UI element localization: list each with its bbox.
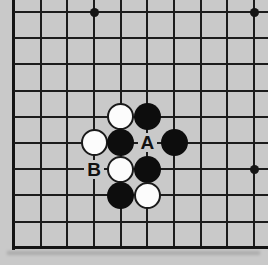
board-intersection: [27, 104, 54, 130]
board-intersection: [161, 182, 188, 208]
board-intersection: [54, 208, 81, 234]
board-intersection: [134, 0, 161, 25]
board-intersection: [54, 182, 81, 208]
board-intersection: [214, 51, 241, 77]
board-intersection: [241, 77, 268, 103]
board-intersection: [241, 51, 268, 77]
white-stone: [134, 182, 161, 209]
board-intersection: [241, 156, 268, 182]
board-intersection: [187, 25, 214, 51]
board-intersection: [161, 208, 188, 234]
board-intersection: [107, 130, 134, 156]
point-label-a: A: [138, 133, 158, 152]
black-stone: [107, 129, 134, 156]
board-intersection: [134, 156, 161, 182]
board-intersection: [27, 77, 54, 103]
board-intersection: [241, 130, 268, 156]
board-intersection: [1, 77, 28, 103]
board-intersection: [1, 51, 28, 77]
board-intersection: [27, 235, 54, 261]
board-intersection: [214, 77, 241, 103]
board-intersection: [187, 104, 214, 130]
board-intersection: [214, 208, 241, 234]
board-intersection: [161, 156, 188, 182]
white-stone: [107, 103, 134, 130]
board-intersection: [241, 182, 268, 208]
board-intersection: [27, 182, 54, 208]
board-intersection: [161, 77, 188, 103]
board-intersection: [81, 104, 108, 130]
board-intersection: [214, 25, 241, 51]
board-intersection: [241, 208, 268, 234]
board-intersection: [134, 104, 161, 130]
board-intersection: B: [81, 156, 108, 182]
board-intersection: [81, 0, 108, 25]
board-intersection: [161, 51, 188, 77]
board-intersection: [134, 77, 161, 103]
board-intersection: [1, 25, 28, 51]
board-intersection: [1, 0, 28, 25]
board-intersection: [187, 208, 214, 234]
board-intersection: [214, 130, 241, 156]
board-intersection: [161, 25, 188, 51]
board-intersection: [54, 156, 81, 182]
board-intersection: [187, 156, 214, 182]
board-intersection: [214, 156, 241, 182]
board-intersection: [107, 77, 134, 103]
black-stone: [161, 129, 188, 156]
board-intersection: [134, 235, 161, 261]
board-intersection: [214, 104, 241, 130]
board-intersection: [81, 130, 108, 156]
board-intersection: [187, 182, 214, 208]
board-intersection: [81, 235, 108, 261]
board-intersection: [81, 182, 108, 208]
board-intersection: [27, 25, 54, 51]
board-intersection: [134, 25, 161, 51]
board-intersection: [54, 235, 81, 261]
board-intersection: [214, 182, 241, 208]
board-intersection: [161, 235, 188, 261]
board-intersection: [54, 104, 81, 130]
white-stone: [81, 129, 108, 156]
board-intersection: [134, 182, 161, 208]
board-intersection: [107, 25, 134, 51]
board-intersection: [187, 51, 214, 77]
board-intersection: [187, 235, 214, 261]
board-intersection: [1, 104, 28, 130]
white-stone: [107, 156, 134, 183]
board-intersection: [1, 235, 28, 261]
go-board-diagram: AB: [0, 0, 268, 265]
board-intersection: [187, 0, 214, 25]
board-intersection: [107, 104, 134, 130]
board-intersection: [81, 208, 108, 234]
board-intersection: [1, 130, 28, 156]
board-shadow: [7, 251, 260, 255]
board-intersection: [241, 25, 268, 51]
board-intersection: [241, 0, 268, 25]
board-intersection: [241, 104, 268, 130]
board-intersection: [134, 208, 161, 234]
board-intersection: [107, 156, 134, 182]
board-intersection: [81, 25, 108, 51]
board-intersection: [107, 208, 134, 234]
star-point: [250, 8, 259, 17]
board-intersection: [27, 156, 54, 182]
board-intersection: [214, 235, 241, 261]
board-intersection: [27, 130, 54, 156]
board-intersection: [241, 235, 268, 261]
black-stone: [134, 103, 161, 130]
board-intersection: [54, 25, 81, 51]
board-intersection: [161, 104, 188, 130]
board-intersection: [27, 208, 54, 234]
board-intersection: [54, 51, 81, 77]
board-intersection: [107, 51, 134, 77]
board-intersection: [27, 0, 54, 25]
board-intersection: [107, 182, 134, 208]
board-intersection: [214, 0, 241, 25]
board-intersection: [1, 156, 28, 182]
board-intersection: [1, 182, 28, 208]
board-intersection: [187, 130, 214, 156]
board-intersection: [161, 0, 188, 25]
board-intersection: [107, 0, 134, 25]
board-intersection: A: [134, 130, 161, 156]
board-intersection: [27, 51, 54, 77]
star-point: [250, 165, 259, 174]
board-intersection: [54, 77, 81, 103]
black-stone: [134, 156, 161, 183]
board-intersection: [1, 208, 28, 234]
board-intersection: [54, 130, 81, 156]
star-point: [90, 8, 99, 17]
black-stone: [107, 182, 134, 209]
board-intersection: [81, 51, 108, 77]
board-intersection: [107, 235, 134, 261]
go-board: AB: [1, 0, 268, 261]
board-intersection: [81, 77, 108, 103]
point-label-b: B: [84, 160, 104, 179]
board-intersection: [134, 51, 161, 77]
board-intersection: [187, 77, 214, 103]
board-intersection: [54, 0, 81, 25]
board-intersection: [161, 130, 188, 156]
